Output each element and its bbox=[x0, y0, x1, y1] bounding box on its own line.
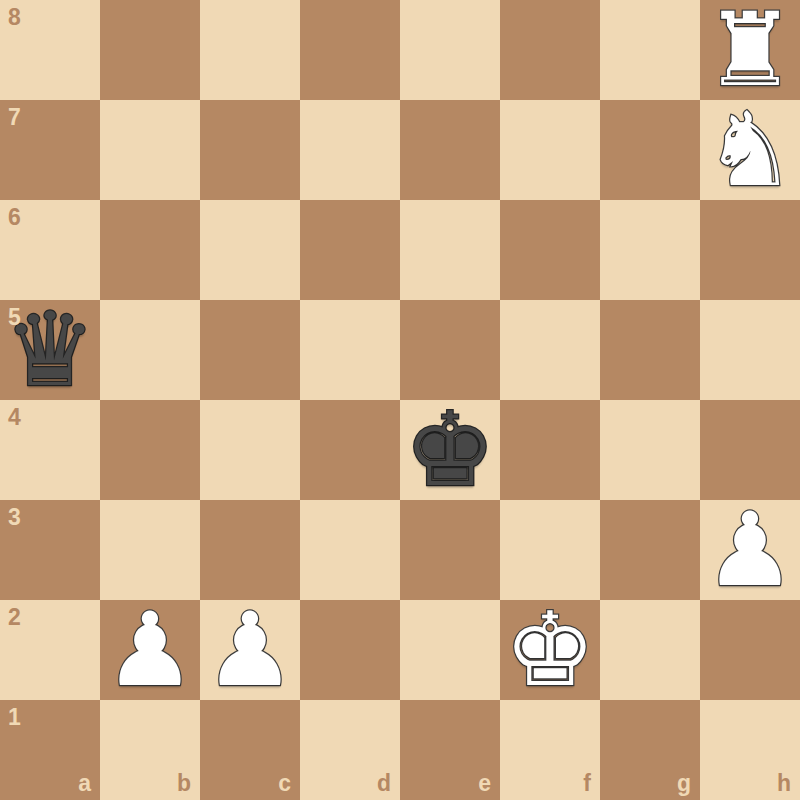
square-e1[interactable]: e bbox=[400, 700, 500, 800]
square-c3[interactable] bbox=[200, 500, 300, 600]
square-b4[interactable] bbox=[100, 400, 200, 500]
rank-label-6: 6 bbox=[8, 206, 21, 229]
square-g2[interactable] bbox=[600, 600, 700, 700]
file-label-b: b bbox=[177, 772, 191, 795]
square-g3[interactable] bbox=[600, 500, 700, 600]
square-h5[interactable] bbox=[700, 300, 800, 400]
square-a3[interactable]: 3 bbox=[0, 500, 100, 600]
square-b5[interactable] bbox=[100, 300, 200, 400]
rank-label-3: 3 bbox=[8, 506, 21, 529]
square-e2[interactable] bbox=[400, 600, 500, 700]
square-c8[interactable] bbox=[200, 0, 300, 100]
square-g5[interactable] bbox=[600, 300, 700, 400]
square-h8[interactable]: ♜ bbox=[700, 0, 800, 100]
rank-label-7: 7 bbox=[8, 106, 21, 129]
square-d6[interactable] bbox=[300, 200, 400, 300]
square-d1[interactable]: d bbox=[300, 700, 400, 800]
square-c4[interactable] bbox=[200, 400, 300, 500]
square-e5[interactable] bbox=[400, 300, 500, 400]
square-d4[interactable] bbox=[300, 400, 400, 500]
square-d5[interactable] bbox=[300, 300, 400, 400]
square-b6[interactable] bbox=[100, 200, 200, 300]
square-b7[interactable] bbox=[100, 100, 200, 200]
square-a7[interactable]: 7 bbox=[0, 100, 100, 200]
square-b8[interactable] bbox=[100, 0, 200, 100]
square-h4[interactable] bbox=[700, 400, 800, 500]
square-g7[interactable] bbox=[600, 100, 700, 200]
square-c7[interactable] bbox=[200, 100, 300, 200]
square-h6[interactable] bbox=[700, 200, 800, 300]
square-g6[interactable] bbox=[600, 200, 700, 300]
square-b2[interactable]: ♟ bbox=[100, 600, 200, 700]
square-a5[interactable]: 5♛ bbox=[0, 300, 100, 400]
square-b1[interactable]: b bbox=[100, 700, 200, 800]
square-a2[interactable]: 2 bbox=[0, 600, 100, 700]
piece-black-queen[interactable]: ♛ bbox=[0, 300, 100, 400]
piece-black-king[interactable]: ♚ bbox=[400, 400, 500, 500]
square-f1[interactable]: f bbox=[500, 700, 600, 800]
square-a1[interactable]: 1a bbox=[0, 700, 100, 800]
square-h3[interactable]: ♟ bbox=[700, 500, 800, 600]
square-h2[interactable] bbox=[700, 600, 800, 700]
piece-white-rook[interactable]: ♜ bbox=[700, 0, 800, 100]
square-e6[interactable] bbox=[400, 200, 500, 300]
square-f7[interactable] bbox=[500, 100, 600, 200]
piece-white-pawn[interactable]: ♟ bbox=[200, 600, 300, 700]
square-g8[interactable] bbox=[600, 0, 700, 100]
square-g1[interactable]: g bbox=[600, 700, 700, 800]
piece-white-knight[interactable]: ♞ bbox=[700, 100, 800, 200]
piece-white-king[interactable]: ♚ bbox=[500, 600, 600, 700]
square-e7[interactable] bbox=[400, 100, 500, 200]
square-a4[interactable]: 4 bbox=[0, 400, 100, 500]
square-d8[interactable] bbox=[300, 0, 400, 100]
square-h7[interactable]: ♞ bbox=[700, 100, 800, 200]
square-e8[interactable] bbox=[400, 0, 500, 100]
square-c1[interactable]: c bbox=[200, 700, 300, 800]
piece-white-pawn[interactable]: ♟ bbox=[700, 500, 800, 600]
square-b3[interactable] bbox=[100, 500, 200, 600]
file-label-g: g bbox=[677, 772, 691, 795]
file-label-a: a bbox=[78, 772, 91, 795]
square-d2[interactable] bbox=[300, 600, 400, 700]
file-label-c: c bbox=[278, 772, 291, 795]
square-c2[interactable]: ♟ bbox=[200, 600, 300, 700]
square-d3[interactable] bbox=[300, 500, 400, 600]
square-e3[interactable] bbox=[400, 500, 500, 600]
square-h1[interactable]: h bbox=[700, 700, 800, 800]
square-a6[interactable]: 6 bbox=[0, 200, 100, 300]
chess-board: 8♜7♞65♛4♚3♟2♟♟♚1abcdefgh bbox=[0, 0, 800, 800]
file-label-e: e bbox=[478, 772, 491, 795]
square-f4[interactable] bbox=[500, 400, 600, 500]
square-f6[interactable] bbox=[500, 200, 600, 300]
square-f3[interactable] bbox=[500, 500, 600, 600]
square-f2[interactable]: ♚ bbox=[500, 600, 600, 700]
square-f5[interactable] bbox=[500, 300, 600, 400]
rank-label-1: 1 bbox=[8, 706, 21, 729]
file-label-d: d bbox=[377, 772, 391, 795]
rank-label-2: 2 bbox=[8, 606, 21, 629]
file-label-f: f bbox=[583, 772, 591, 795]
square-d7[interactable] bbox=[300, 100, 400, 200]
square-f8[interactable] bbox=[500, 0, 600, 100]
piece-white-pawn[interactable]: ♟ bbox=[100, 600, 200, 700]
rank-label-8: 8 bbox=[8, 6, 21, 29]
square-c5[interactable] bbox=[200, 300, 300, 400]
file-label-h: h bbox=[777, 772, 791, 795]
square-a8[interactable]: 8 bbox=[0, 0, 100, 100]
square-g4[interactable] bbox=[600, 400, 700, 500]
square-c6[interactable] bbox=[200, 200, 300, 300]
rank-label-4: 4 bbox=[8, 406, 21, 429]
square-e4[interactable]: ♚ bbox=[400, 400, 500, 500]
